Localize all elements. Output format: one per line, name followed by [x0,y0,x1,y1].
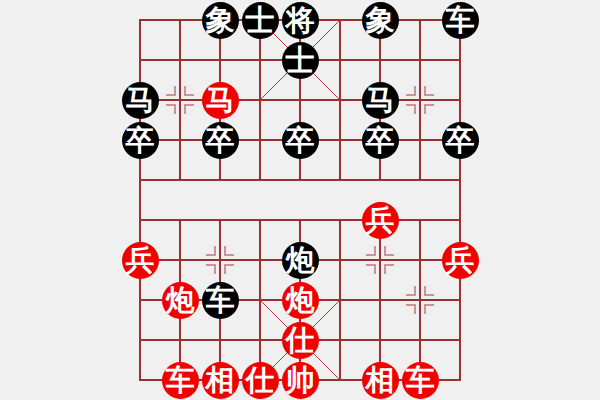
red-soldier[interactable]: 兵 [120,240,160,280]
red-horse[interactable]: 马 [200,80,240,120]
red-soldier[interactable]: 兵 [440,240,480,280]
black-elephant-glyph: 象 [202,2,239,39]
black-general-glyph: 将 [282,2,319,39]
black-soldier[interactable]: 卒 [360,120,400,160]
red-cannon[interactable]: 炮 [160,280,200,320]
red-soldier-glyph: 兵 [442,242,479,279]
red-advisor-glyph: 仕 [282,322,319,359]
red-advisor-glyph: 仕 [242,362,279,399]
black-soldier-glyph: 卒 [202,122,239,159]
black-elephant-glyph: 象 [362,2,399,39]
black-soldier[interactable]: 卒 [280,120,320,160]
board-grid: 象士将象车士马马马卒卒卒卒卒兵兵炮兵炮车炮仕车相仕帅相车 [120,0,480,400]
red-chariot[interactable]: 车 [160,360,200,400]
black-soldier-glyph: 卒 [122,122,159,159]
red-horse-glyph: 马 [202,82,239,119]
black-chariot[interactable]: 车 [440,0,480,40]
black-cannon[interactable]: 炮 [280,240,320,280]
black-horse-glyph: 马 [362,82,399,119]
black-cannon-glyph: 炮 [282,242,319,279]
red-general-glyph: 帅 [282,362,319,399]
red-advisor[interactable]: 仕 [280,320,320,360]
black-horse-glyph: 马 [122,82,159,119]
red-cannon-glyph: 炮 [162,282,199,319]
black-horse[interactable]: 马 [360,80,400,120]
black-chariot-glyph: 车 [442,2,479,39]
black-soldier[interactable]: 卒 [120,120,160,160]
black-soldier[interactable]: 卒 [440,120,480,160]
red-chariot[interactable]: 车 [400,360,440,400]
red-elephant[interactable]: 相 [200,360,240,400]
red-chariot-glyph: 车 [402,362,439,399]
black-advisor-glyph: 士 [242,2,279,39]
red-soldier[interactable]: 兵 [360,200,400,240]
black-soldier-glyph: 卒 [362,122,399,159]
black-chariot-glyph: 车 [202,282,239,319]
black-soldier-glyph: 卒 [442,122,479,159]
xiangqi-board-screen: 象士将象车士马马马卒卒卒卒卒兵兵炮兵炮车炮仕车相仕帅相车 [0,0,600,400]
black-advisor[interactable]: 士 [240,0,280,40]
black-advisor[interactable]: 士 [280,40,320,80]
black-advisor-glyph: 士 [282,42,319,79]
red-soldier-glyph: 兵 [122,242,159,279]
black-elephant[interactable]: 象 [360,0,400,40]
black-chariot[interactable]: 车 [200,280,240,320]
red-elephant-glyph: 相 [202,362,239,399]
red-advisor[interactable]: 仕 [240,360,280,400]
red-chariot-glyph: 车 [162,362,199,399]
black-general[interactable]: 将 [280,0,320,40]
red-soldier-glyph: 兵 [362,202,399,239]
red-elephant-glyph: 相 [362,362,399,399]
black-elephant[interactable]: 象 [200,0,240,40]
black-horse[interactable]: 马 [120,80,160,120]
black-soldier[interactable]: 卒 [200,120,240,160]
red-cannon-glyph: 炮 [282,282,319,319]
red-cannon[interactable]: 炮 [280,280,320,320]
red-elephant[interactable]: 相 [360,360,400,400]
red-general[interactable]: 帅 [280,360,320,400]
black-soldier-glyph: 卒 [282,122,319,159]
